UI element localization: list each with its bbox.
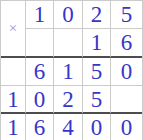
grid-cell-r3c1 — [1, 58, 26, 86]
grid-cell-r5c1: 1 — [1, 114, 26, 140]
grid-cell-r3c2: 6 — [26, 58, 54, 86]
grid-cell-r3c3: 1 — [54, 58, 83, 86]
grid-cell-r5c5: 0 — [111, 114, 142, 140]
grid-cell-r2c5: 6 — [111, 29, 142, 58]
grid-cell-r1c3: 0 — [54, 1, 83, 29]
grid-cell-r2c2 — [26, 29, 54, 58]
grid-cell-r1c4: 2 — [83, 1, 111, 29]
grid-cell-r2c4: 1 — [83, 29, 111, 58]
grid-cell-r3c5: 0 — [111, 58, 142, 86]
multiply-operator: × — [1, 1, 26, 58]
grid-cell-r4c5 — [111, 86, 142, 114]
grid-cell-r4c2: 0 — [26, 86, 54, 114]
grid-cell-r1c2: 1 — [26, 1, 54, 29]
long-multiplication-grid: × 1 0 2 5 1 6 6 1 5 0 1 0 2 5 1 6 4 0 0 — [0, 0, 143, 140]
grid-cell-r1c5: 5 — [111, 1, 142, 29]
grid-cell-r4c1: 1 — [1, 86, 26, 114]
grid-cell-r5c4: 0 — [83, 114, 111, 140]
grid-cell-r2c3 — [54, 29, 83, 58]
grid-cell-r5c2: 6 — [26, 114, 54, 140]
grid-cell-r3c4: 5 — [83, 58, 111, 86]
grid-cell-r4c4: 5 — [83, 86, 111, 114]
grid-cell-r4c3: 2 — [54, 86, 83, 114]
grid-cell-r5c3: 4 — [54, 114, 83, 140]
